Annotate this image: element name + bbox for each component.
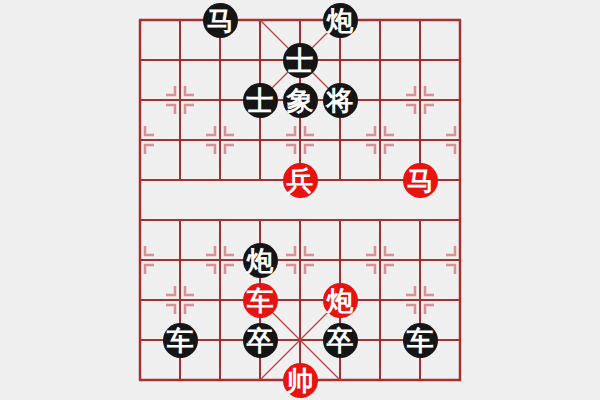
piece-black-elephant[interactable]: 象 xyxy=(283,83,318,118)
piece-red-general[interactable]: 帅 xyxy=(283,363,318,398)
piece-black-cannon[interactable]: 炮 xyxy=(323,3,358,38)
piece-black-chariot[interactable]: 车 xyxy=(163,323,198,358)
piece-black-cannon[interactable]: 炮 xyxy=(243,243,278,278)
piece-red-soldier[interactable]: 兵 xyxy=(283,163,318,198)
piece-black-soldier[interactable]: 卒 xyxy=(323,323,358,358)
piece-black-horse[interactable]: 马 xyxy=(203,3,238,38)
piece-black-chariot[interactable]: 车 xyxy=(403,323,438,358)
xiangqi-board: 马炮士士象将兵马炮车炮车卒卒车帅 xyxy=(0,0,600,400)
pieces-grid: 马炮士士象将兵马炮车炮车卒卒车帅 xyxy=(120,0,480,400)
piece-red-horse[interactable]: 马 xyxy=(403,163,438,198)
piece-black-advisor[interactable]: 士 xyxy=(243,83,278,118)
piece-red-cannon[interactable]: 炮 xyxy=(323,283,358,318)
piece-black-advisor[interactable]: 士 xyxy=(283,43,318,78)
piece-red-chariot[interactable]: 车 xyxy=(243,283,278,318)
piece-black-general[interactable]: 将 xyxy=(323,83,358,118)
piece-black-soldier[interactable]: 卒 xyxy=(243,323,278,358)
